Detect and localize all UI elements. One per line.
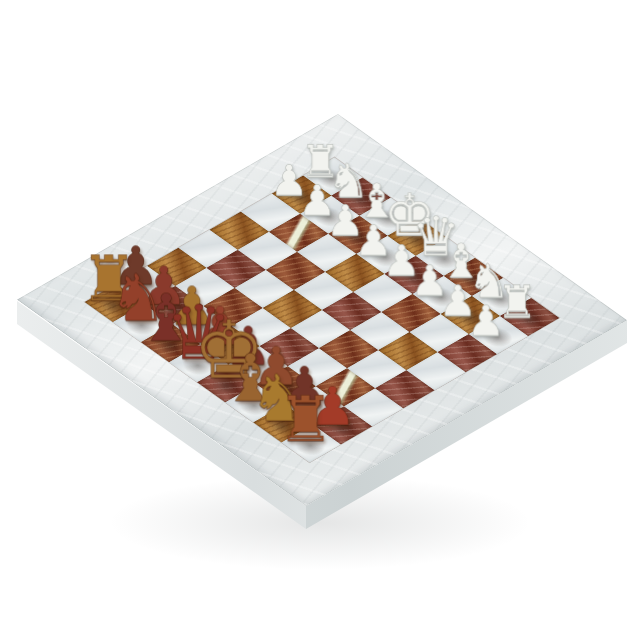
marble-chess-set-photo: ♜♞♝♛♚♝♞♜♟♟♟♟♟♟♟♟♟♟♟♟♟♟♟♟♜♞♝♚♛♝♞♜ — [0, 0, 640, 640]
white-pawn-glyph: ♟ — [465, 300, 507, 342]
red-rook-glyph: ♜ — [277, 388, 319, 451]
